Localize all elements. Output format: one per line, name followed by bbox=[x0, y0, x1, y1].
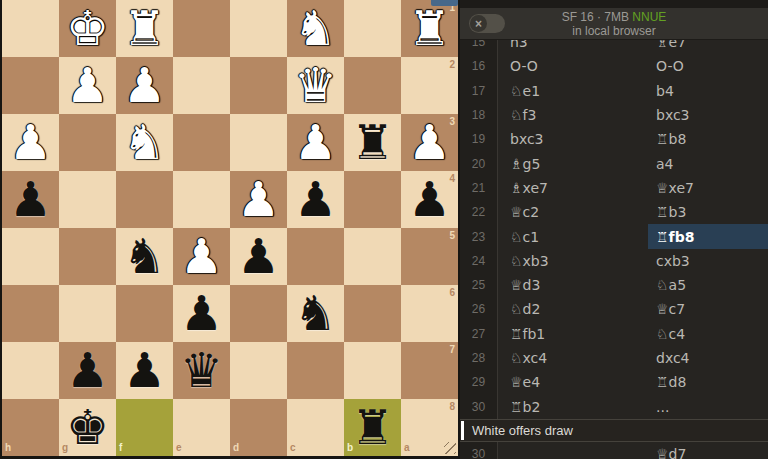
square-b2[interactable] bbox=[344, 57, 401, 114]
square-c6[interactable]: ♞ bbox=[287, 285, 344, 342]
move-white-29[interactable]: ♕e4 bbox=[498, 370, 648, 394]
square-g3[interactable] bbox=[59, 114, 116, 171]
move-number: 23 bbox=[460, 224, 498, 248]
white-pawn-e5[interactable]: ♟ bbox=[180, 228, 223, 285]
move-row-28: 28♘xc4dxc4 bbox=[460, 346, 768, 370]
file-label-b: b bbox=[347, 443, 353, 453]
engine-location: in local browser bbox=[562, 24, 667, 38]
square-g6[interactable] bbox=[59, 285, 116, 342]
white-pawn-h3[interactable]: ♟ bbox=[9, 114, 52, 171]
move-white-22[interactable]: ♕c2 bbox=[498, 200, 648, 224]
move-row-24: 24♘xb3cxb3 bbox=[460, 249, 768, 273]
move-list: 15h3♗e716O-OO-O17♘e1b418♘f3bxc319bxc3♖b8… bbox=[460, 40, 768, 459]
move-white-26[interactable]: ♘d2 bbox=[498, 297, 648, 321]
file-label-g: g bbox=[62, 443, 68, 453]
square-h2[interactable] bbox=[2, 57, 59, 114]
move-row-25: 25♕d3♘a5 bbox=[460, 273, 768, 297]
move-row-26: 26♘d2♕c7 bbox=[460, 297, 768, 321]
move-black-30[interactable]: ... bbox=[648, 394, 768, 418]
black-pawn-e6[interactable]: ♟ bbox=[180, 285, 223, 342]
move-white-30[interactable] bbox=[498, 442, 648, 459]
move-number: 28 bbox=[460, 346, 498, 370]
square-a2[interactable]: 2 bbox=[401, 57, 458, 114]
move-row-21: 21♗xe7♕xe7 bbox=[460, 176, 768, 200]
move-number: 16 bbox=[460, 54, 498, 78]
move-black-27[interactable]: ♘c4 bbox=[648, 322, 768, 346]
move-number: 15 bbox=[460, 40, 498, 54]
engine-toggle[interactable]: × bbox=[469, 14, 505, 33]
square-f2[interactable]: ♟ bbox=[116, 57, 173, 114]
square-d4[interactable]: ♟ bbox=[230, 171, 287, 228]
engine-name: SF 16 · 7MB bbox=[562, 10, 629, 24]
square-b3[interactable]: ♜ bbox=[344, 114, 401, 171]
square-g7[interactable]: ♟ bbox=[59, 342, 116, 399]
move-row-23: 23♘c1♖fb8 bbox=[460, 224, 768, 248]
move-white-21[interactable]: ♗xe7 bbox=[498, 176, 648, 200]
white-pawn-a3[interactable]: ♟ bbox=[408, 114, 451, 171]
square-c3[interactable]: ♟ bbox=[287, 114, 344, 171]
square-d5[interactable]: ♟ bbox=[230, 228, 287, 285]
move-black-19[interactable]: ♖b8 bbox=[648, 127, 768, 151]
square-f5[interactable]: ♞ bbox=[116, 228, 173, 285]
move-black-16[interactable]: O-O bbox=[648, 54, 768, 78]
square-d7[interactable] bbox=[230, 342, 287, 399]
engine-nnue-badge: NNUE bbox=[632, 10, 666, 24]
move-row-20: 20♗g5a4 bbox=[460, 151, 768, 175]
move-row-16: 16O-OO-O bbox=[460, 54, 768, 78]
toggle-knob: × bbox=[470, 15, 487, 32]
engine-info: SF 16 · 7MB NNUE in local browser bbox=[562, 10, 667, 38]
move-number: 30 bbox=[460, 442, 498, 459]
black-pawn-g7[interactable]: ♟ bbox=[66, 342, 109, 399]
square-e4[interactable] bbox=[173, 171, 230, 228]
move-row-30: 30♖b2... bbox=[460, 394, 768, 418]
move-black-18[interactable]: bxc3 bbox=[648, 103, 768, 127]
square-b8[interactable]: ♜b bbox=[344, 399, 401, 456]
chess-board[interactable]: ♚♜♞♜1♟♟♛2♟♞♟♜♟3♟♟♟♟4♞♟♟5♟♞6♟♟♛7h♚gfedc♜b… bbox=[2, 0, 458, 456]
square-f4[interactable] bbox=[116, 171, 173, 228]
move-row-29: 29♕e4♖d8 bbox=[460, 370, 768, 394]
square-h6[interactable] bbox=[2, 285, 59, 342]
move-black-28[interactable]: dxc4 bbox=[648, 346, 768, 370]
square-e6[interactable]: ♟ bbox=[173, 285, 230, 342]
white-knight-f3[interactable]: ♞ bbox=[123, 114, 166, 171]
close-icon: × bbox=[475, 18, 482, 30]
file-label-f: f bbox=[119, 443, 122, 453]
move-black-23[interactable]: ♖fb8 bbox=[648, 224, 768, 248]
move-black-26[interactable]: ♕c7 bbox=[648, 297, 768, 321]
move-row-15: 15h3♗e7 bbox=[460, 40, 768, 54]
move-white-18[interactable]: ♘f3 bbox=[498, 103, 648, 127]
move-row-18: 18♘f3bxc3 bbox=[460, 103, 768, 127]
black-pawn-f7[interactable]: ♟ bbox=[123, 342, 166, 399]
move-row-30: 30♕d7 bbox=[460, 442, 768, 459]
square-g5[interactable] bbox=[59, 228, 116, 285]
board-resize-handle[interactable] bbox=[444, 442, 456, 454]
square-a6[interactable]: 6 bbox=[401, 285, 458, 342]
square-f8[interactable]: f bbox=[116, 399, 173, 456]
square-h8[interactable]: h bbox=[2, 399, 59, 456]
engine-header: × SF 16 · 7MB NNUE in local browser bbox=[460, 8, 768, 40]
square-a7[interactable]: 7 bbox=[401, 342, 458, 399]
square-b4[interactable] bbox=[344, 171, 401, 228]
square-b1[interactable] bbox=[344, 0, 401, 57]
move-row-27: 27♖fb1♘c4 bbox=[460, 322, 768, 346]
square-d8[interactable]: d bbox=[230, 399, 287, 456]
square-d2[interactable] bbox=[230, 57, 287, 114]
square-e1[interactable] bbox=[173, 0, 230, 57]
white-rook-f1[interactable]: ♜ bbox=[123, 0, 166, 57]
move-number: 24 bbox=[460, 249, 498, 273]
square-c2[interactable]: ♛ bbox=[287, 57, 344, 114]
black-rook-b3[interactable]: ♜ bbox=[351, 114, 394, 171]
rank-label-3: 3 bbox=[449, 117, 455, 127]
move-number: 30 bbox=[460, 394, 498, 418]
white-rook-a1[interactable]: ♜ bbox=[408, 0, 451, 57]
square-a3[interactable]: ♟3 bbox=[401, 114, 458, 171]
move-white-30[interactable]: ♖b2 bbox=[498, 394, 648, 418]
panel-top-strip bbox=[460, 0, 768, 8]
square-a1[interactable]: ♜1 bbox=[401, 0, 458, 57]
square-d3[interactable] bbox=[230, 114, 287, 171]
move-row-19: 19bxc3♖b8 bbox=[460, 127, 768, 151]
move-number: 18 bbox=[460, 103, 498, 127]
square-f1[interactable]: ♜ bbox=[116, 0, 173, 57]
move-white-20[interactable]: ♗g5 bbox=[498, 151, 648, 175]
square-d6[interactable] bbox=[230, 285, 287, 342]
black-knight-c6[interactable]: ♞ bbox=[294, 285, 337, 342]
square-c5[interactable] bbox=[287, 228, 344, 285]
file-label-c: c bbox=[290, 443, 296, 453]
white-pawn-f2[interactable]: ♟ bbox=[123, 57, 166, 114]
move-white-27[interactable]: ♖fb1 bbox=[498, 322, 648, 346]
square-h1[interactable] bbox=[2, 0, 59, 57]
move-white-19[interactable]: bxc3 bbox=[498, 127, 648, 151]
move-black-22[interactable]: ♖b3 bbox=[648, 200, 768, 224]
move-white-15[interactable]: h3 bbox=[498, 40, 648, 54]
rank-label-5: 5 bbox=[449, 231, 455, 241]
rank-label-2: 2 bbox=[449, 60, 455, 70]
black-pawn-a4[interactable]: ♟ bbox=[408, 171, 451, 228]
square-e5[interactable]: ♟ bbox=[173, 228, 230, 285]
move-row-22: 22♕c2♖b3 bbox=[460, 200, 768, 224]
move-black-15[interactable]: ♗e7 bbox=[648, 40, 768, 54]
move-white-28[interactable]: ♘xc4 bbox=[498, 346, 648, 370]
black-pawn-c4[interactable]: ♟ bbox=[294, 171, 337, 228]
square-a4[interactable]: ♟4 bbox=[401, 171, 458, 228]
black-pawn-d5[interactable]: ♟ bbox=[237, 228, 280, 285]
square-f6[interactable] bbox=[116, 285, 173, 342]
move-row-17: 17♘e1b4 bbox=[460, 79, 768, 103]
move-white-24[interactable]: ♘xb3 bbox=[498, 249, 648, 273]
square-b5[interactable] bbox=[344, 228, 401, 285]
rank-label-8: 8 bbox=[449, 402, 455, 412]
move-number: 19 bbox=[460, 127, 498, 151]
square-e8[interactable]: e bbox=[173, 399, 230, 456]
move-list-inner: 15h3♗e716O-OO-O17♘e1b418♘f3bxc319bxc3♖b8… bbox=[460, 40, 768, 459]
square-g4[interactable] bbox=[59, 171, 116, 228]
move-number: 20 bbox=[460, 151, 498, 175]
file-label-a: a bbox=[404, 443, 410, 453]
square-f7[interactable]: ♟ bbox=[116, 342, 173, 399]
white-pawn-c3[interactable]: ♟ bbox=[294, 114, 337, 171]
move-number: 27 bbox=[460, 322, 498, 346]
move-black-21[interactable]: ♕xe7 bbox=[648, 176, 768, 200]
square-e2[interactable] bbox=[173, 57, 230, 114]
rank-label-4: 4 bbox=[449, 174, 455, 184]
move-white-17[interactable]: ♘e1 bbox=[498, 79, 648, 103]
rank-label-7: 7 bbox=[449, 345, 455, 355]
white-king-g1[interactable]: ♚ bbox=[66, 0, 109, 57]
square-c8[interactable]: c bbox=[287, 399, 344, 456]
square-h7[interactable] bbox=[2, 342, 59, 399]
analysis-panel: × SF 16 · 7MB NNUE in local browser 15h3… bbox=[460, 0, 768, 459]
move-number: 26 bbox=[460, 297, 498, 321]
move-black-24[interactable]: cxb3 bbox=[648, 249, 768, 273]
square-e7[interactable]: ♛ bbox=[173, 342, 230, 399]
square-f3[interactable]: ♞ bbox=[116, 114, 173, 171]
app-window: ♚♜♞♜1♟♟♛2♟♞♟♜♟3♟♟♟♟4♞♟♟5♟♞6♟♟♛7h♚gfedc♜b… bbox=[0, 0, 768, 459]
move-number: 25 bbox=[460, 273, 498, 297]
move-white-25[interactable]: ♕d3 bbox=[498, 273, 648, 297]
square-e3[interactable] bbox=[173, 114, 230, 171]
white-knight-c1[interactable]: ♞ bbox=[294, 0, 337, 57]
move-number: 21 bbox=[460, 176, 498, 200]
file-label-e: e bbox=[176, 443, 182, 453]
square-h3[interactable]: ♟ bbox=[2, 114, 59, 171]
move-white-16[interactable]: O-O bbox=[498, 54, 648, 78]
move-black-20[interactable]: a4 bbox=[648, 151, 768, 175]
move-white-23[interactable]: ♘c1 bbox=[498, 224, 648, 248]
black-queen-e7[interactable]: ♛ bbox=[180, 342, 223, 399]
rank-label-6: 6 bbox=[449, 288, 455, 298]
draw-offer-message: White offers draw bbox=[460, 419, 768, 442]
move-black-25[interactable]: ♘a5 bbox=[648, 273, 768, 297]
move-black-29[interactable]: ♖d8 bbox=[648, 370, 768, 394]
eval-badge bbox=[431, 0, 458, 6]
black-rook-b8[interactable]: ♜ bbox=[351, 399, 394, 456]
square-b7[interactable] bbox=[344, 342, 401, 399]
black-pawn-h4[interactable]: ♟ bbox=[9, 171, 52, 228]
square-b6[interactable] bbox=[344, 285, 401, 342]
square-c1[interactable]: ♞ bbox=[287, 0, 344, 57]
file-label-h: h bbox=[5, 443, 11, 453]
move-number: 29 bbox=[460, 370, 498, 394]
square-g2[interactable]: ♟ bbox=[59, 57, 116, 114]
white-pawn-d4[interactable]: ♟ bbox=[237, 171, 280, 228]
file-label-d: d bbox=[233, 443, 239, 453]
black-king-g8[interactable]: ♚ bbox=[66, 399, 109, 456]
square-a5[interactable]: 5 bbox=[401, 228, 458, 285]
black-knight-f5[interactable]: ♞ bbox=[123, 228, 166, 285]
square-h4[interactable]: ♟ bbox=[2, 171, 59, 228]
white-pawn-g2[interactable]: ♟ bbox=[66, 57, 109, 114]
white-queen-c2[interactable]: ♛ bbox=[294, 57, 337, 114]
move-black-17[interactable]: b4 bbox=[648, 79, 768, 103]
square-c7[interactable] bbox=[287, 342, 344, 399]
move-number: 17 bbox=[460, 79, 498, 103]
move-black-30[interactable]: ♕d7 bbox=[648, 442, 768, 459]
square-d1[interactable] bbox=[230, 0, 287, 57]
move-number: 22 bbox=[460, 200, 498, 224]
square-g1[interactable]: ♚ bbox=[59, 0, 116, 57]
square-c4[interactable]: ♟ bbox=[287, 171, 344, 228]
square-h5[interactable] bbox=[2, 228, 59, 285]
square-g8[interactable]: ♚g bbox=[59, 399, 116, 456]
